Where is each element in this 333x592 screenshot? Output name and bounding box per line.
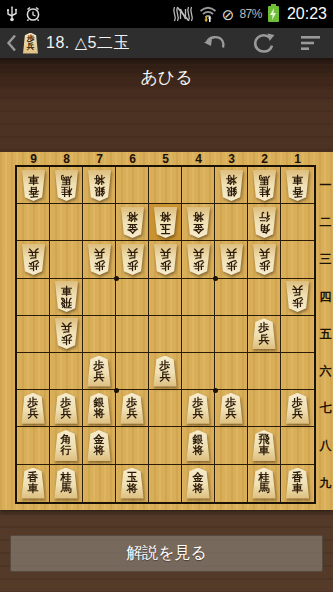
- file-label-2: 2: [248, 152, 281, 166]
- cell-2-9[interactable]: 桂馬: [248, 465, 281, 502]
- cell-5-1[interactable]: [149, 167, 182, 204]
- cell-7-7[interactable]: 銀将: [83, 390, 116, 427]
- sente-piece-桂馬-89[interactable]: 桂馬: [53, 468, 80, 499]
- cell-3-4[interactable]: [215, 279, 248, 316]
- sente-piece-玉将-69[interactable]: 玉将: [119, 468, 146, 499]
- cell-6-4[interactable]: [116, 279, 149, 316]
- page-title: あひる: [0, 58, 333, 89]
- cell-8-4[interactable]: 飛車: [50, 279, 83, 316]
- sente-piece-香車-99[interactable]: 香車: [20, 468, 47, 499]
- rank-label-3: 三: [318, 241, 333, 278]
- cell-6-7[interactable]: 歩兵: [116, 390, 149, 427]
- cell-4-2[interactable]: 金将: [182, 204, 215, 241]
- cell-2-3[interactable]: 歩兵: [248, 241, 281, 278]
- cell-2-7[interactable]: [248, 390, 281, 427]
- cell-6-2[interactable]: 金将: [116, 204, 149, 241]
- usb-icon: [6, 6, 18, 22]
- cell-8-3[interactable]: [50, 241, 83, 278]
- cell-6-8[interactable]: [116, 427, 149, 464]
- cell-4-3[interactable]: 歩兵: [182, 241, 215, 278]
- cell-4-7[interactable]: 歩兵: [182, 390, 215, 427]
- sente-piece-歩兵-17[interactable]: 歩兵: [284, 393, 311, 424]
- cell-2-1[interactable]: 桂馬: [248, 167, 281, 204]
- cell-9-9[interactable]: 香車: [17, 465, 50, 502]
- cell-1-6[interactable]: [281, 353, 314, 390]
- cell-1-1[interactable]: 香車: [281, 167, 314, 204]
- gote-piece-金将-62[interactable]: 金将: [119, 207, 146, 238]
- board-grid-frame: 香車桂馬銀将銀将桂馬香車金将玉将金将角行歩兵歩兵歩兵歩兵歩兵歩兵歩兵飛車歩兵歩兵…: [15, 165, 316, 504]
- rank-labels: 一二三四五六七八九: [318, 167, 333, 502]
- cell-9-4[interactable]: [17, 279, 50, 316]
- cell-7-8[interactable]: 金将: [83, 427, 116, 464]
- cell-9-3[interactable]: 歩兵: [17, 241, 50, 278]
- gote-piece-飛車-84[interactable]: 飛車: [53, 281, 80, 312]
- rank-label-2: 二: [318, 204, 333, 241]
- redo-icon[interactable]: [253, 33, 275, 53]
- cell-5-6[interactable]: 歩兵: [149, 353, 182, 390]
- interruptions-icon: ⊘: [222, 7, 235, 22]
- cell-2-8[interactable]: 飛車: [248, 427, 281, 464]
- status-time: 20:23: [287, 5, 327, 23]
- cell-6-1[interactable]: [116, 167, 149, 204]
- sente-piece-角行-88[interactable]: 角行: [53, 430, 80, 461]
- cell-3-2[interactable]: [215, 204, 248, 241]
- board-grid: 香車桂馬銀将銀将桂馬香車金将玉将金将角行歩兵歩兵歩兵歩兵歩兵歩兵歩兵飛車歩兵歩兵…: [17, 167, 314, 502]
- sente-piece-歩兵-56[interactable]: 歩兵: [152, 356, 179, 387]
- gote-piece-歩兵-14[interactable]: 歩兵: [284, 281, 311, 312]
- cell-5-4[interactable]: [149, 279, 182, 316]
- star-point: [213, 388, 218, 393]
- cell-9-8[interactable]: [17, 427, 50, 464]
- cell-1-4[interactable]: 歩兵: [281, 279, 314, 316]
- battery-charging-icon: [268, 6, 279, 22]
- file-label-3: 3: [215, 152, 248, 166]
- gote-piece-歩兵-43[interactable]: 歩兵: [185, 244, 212, 275]
- back-icon[interactable]: [6, 33, 20, 53]
- cell-7-4[interactable]: [83, 279, 116, 316]
- cell-4-8[interactable]: 銀将: [182, 427, 215, 464]
- gote-piece-玉将-52[interactable]: 玉将: [152, 207, 179, 238]
- wifi-arrows-icon: [199, 6, 217, 23]
- file-label-5: 5: [149, 152, 182, 166]
- rank-label-7: 七: [318, 390, 333, 427]
- cell-2-2[interactable]: 角行: [248, 204, 281, 241]
- gote-piece-歩兵-93[interactable]: 歩兵: [20, 244, 47, 275]
- cell-7-2[interactable]: [83, 204, 116, 241]
- cell-9-5[interactable]: [17, 316, 50, 353]
- rank-label-8: 八: [318, 427, 333, 464]
- sente-piece-桂馬-29[interactable]: 桂馬: [251, 468, 278, 499]
- gote-piece-歩兵-63[interactable]: 歩兵: [119, 244, 146, 275]
- rank-label-4: 四: [318, 279, 333, 316]
- cell-6-5[interactable]: [116, 316, 149, 353]
- undo-icon[interactable]: [203, 33, 227, 53]
- cell-4-4[interactable]: [182, 279, 215, 316]
- status-bar: ⊘ 87% 20:23: [0, 0, 333, 28]
- shogi-board: 987654321 香車桂馬銀将銀将桂馬香車金将玉将金将角行歩兵歩兵歩兵歩兵歩兵…: [0, 152, 333, 510]
- cell-4-1[interactable]: [182, 167, 215, 204]
- alarm-icon: [25, 6, 41, 22]
- sente-piece-歩兵-37[interactable]: 歩兵: [218, 393, 245, 424]
- cell-4-6[interactable]: [182, 353, 215, 390]
- cell-3-9[interactable]: [215, 465, 248, 502]
- cell-7-5[interactable]: [83, 316, 116, 353]
- file-label-6: 6: [116, 152, 149, 166]
- wood-background: あひる 987654321 香車桂馬銀将銀将桂馬香車金将玉将金将角行歩兵歩兵歩兵…: [0, 58, 333, 592]
- cell-8-1[interactable]: 桂馬: [50, 167, 83, 204]
- rank-label-9: 九: [318, 465, 333, 502]
- sente-piece-歩兵-25[interactable]: 歩兵: [251, 318, 278, 349]
- gote-piece-角行-22[interactable]: 角行: [251, 207, 278, 238]
- gote-piece-香車-11[interactable]: 香車: [284, 170, 311, 201]
- gote-piece-歩兵-53[interactable]: 歩兵: [152, 244, 179, 275]
- cell-8-7[interactable]: 歩兵: [50, 390, 83, 427]
- cell-2-6[interactable]: [248, 353, 281, 390]
- gote-piece-桂馬-21[interactable]: 桂馬: [251, 170, 278, 201]
- cell-2-5[interactable]: 歩兵: [248, 316, 281, 353]
- sente-piece-銀将-48[interactable]: 銀将: [185, 430, 212, 461]
- sente-piece-金将-49[interactable]: 金将: [185, 468, 212, 499]
- cell-8-6[interactable]: [50, 353, 83, 390]
- gote-piece-銀将-31[interactable]: 銀将: [218, 170, 245, 201]
- cell-9-1[interactable]: 香車: [17, 167, 50, 204]
- cell-8-5[interactable]: 歩兵: [50, 316, 83, 353]
- sente-piece-歩兵-97[interactable]: 歩兵: [20, 393, 47, 424]
- rank-label-5: 五: [318, 316, 333, 353]
- cell-1-5[interactable]: [281, 316, 314, 353]
- gote-piece-銀将-71[interactable]: 銀将: [86, 170, 113, 201]
- cell-7-9[interactable]: [83, 465, 116, 502]
- file-label-1: 1: [281, 152, 314, 166]
- file-label-7: 7: [83, 152, 116, 166]
- gote-piece-歩兵-23[interactable]: 歩兵: [251, 244, 278, 275]
- star-point: [114, 388, 119, 393]
- star-point: [213, 276, 218, 281]
- app-toolbar: 歩兵 18. △5二玉: [0, 28, 333, 58]
- gote-piece-桂馬-81[interactable]: 桂馬: [53, 170, 80, 201]
- cell-3-5[interactable]: [215, 316, 248, 353]
- gote-piece-歩兵-85[interactable]: 歩兵: [53, 318, 80, 349]
- cell-7-6[interactable]: 歩兵: [83, 353, 116, 390]
- cell-8-9[interactable]: 桂馬: [50, 465, 83, 502]
- cell-1-7[interactable]: 歩兵: [281, 390, 314, 427]
- cell-6-3[interactable]: 歩兵: [116, 241, 149, 278]
- sente-piece-歩兵-47[interactable]: 歩兵: [185, 393, 212, 424]
- sente-piece-銀将-77[interactable]: 銀将: [86, 393, 113, 424]
- cell-1-2[interactable]: [281, 204, 314, 241]
- menu-icon[interactable]: [301, 35, 321, 51]
- file-label-9: 9: [17, 152, 50, 166]
- cell-9-6[interactable]: [17, 353, 50, 390]
- cell-8-2[interactable]: [50, 204, 83, 241]
- cell-5-9[interactable]: [149, 465, 182, 502]
- cell-8-8[interactable]: 角行: [50, 427, 83, 464]
- rank-label-1: 一: [318, 167, 333, 204]
- cell-5-8[interactable]: [149, 427, 182, 464]
- sente-piece-歩兵-67[interactable]: 歩兵: [119, 393, 146, 424]
- cell-1-9[interactable]: 香車: [281, 465, 314, 502]
- nfc-off-icon: [172, 6, 194, 22]
- sente-piece-香車-19[interactable]: 香車: [284, 468, 311, 499]
- cell-7-1[interactable]: 銀将: [83, 167, 116, 204]
- move-piece-icon: 歩兵: [22, 33, 39, 54]
- sente-piece-歩兵-76[interactable]: 歩兵: [86, 356, 113, 387]
- cell-9-7[interactable]: 歩兵: [17, 390, 50, 427]
- cell-5-7[interactable]: [149, 390, 182, 427]
- cell-6-6[interactable]: [116, 353, 149, 390]
- cell-1-8[interactable]: [281, 427, 314, 464]
- cell-3-6[interactable]: [215, 353, 248, 390]
- rank-label-6: 六: [318, 353, 333, 390]
- cell-6-9[interactable]: 玉将: [116, 465, 149, 502]
- gote-piece-金将-42[interactable]: 金将: [185, 207, 212, 238]
- cell-5-5[interactable]: [149, 316, 182, 353]
- cell-3-3[interactable]: 歩兵: [215, 241, 248, 278]
- star-point: [114, 276, 119, 281]
- sente-piece-金将-78[interactable]: 金将: [86, 430, 113, 461]
- cell-3-1[interactable]: 銀将: [215, 167, 248, 204]
- file-labels: 987654321: [17, 152, 314, 165]
- cell-2-4[interactable]: [248, 279, 281, 316]
- cell-4-9[interactable]: 金将: [182, 465, 215, 502]
- commentary-button[interactable]: 解説を見る: [10, 535, 323, 572]
- cell-5-3[interactable]: 歩兵: [149, 241, 182, 278]
- cell-3-7[interactable]: 歩兵: [215, 390, 248, 427]
- gote-piece-香車-91[interactable]: 香車: [20, 170, 47, 201]
- sente-piece-歩兵-87[interactable]: 歩兵: [53, 393, 80, 424]
- sente-piece-飛車-28[interactable]: 飛車: [251, 430, 278, 461]
- move-label: 18. △5二玉: [46, 33, 130, 54]
- cell-7-3[interactable]: 歩兵: [83, 241, 116, 278]
- cell-4-5[interactable]: [182, 316, 215, 353]
- battery-percent: 87%: [239, 7, 262, 21]
- file-label-8: 8: [50, 152, 83, 166]
- cell-5-2[interactable]: 玉将: [149, 204, 182, 241]
- cell-9-2[interactable]: [17, 204, 50, 241]
- cell-1-3[interactable]: [281, 241, 314, 278]
- gote-piece-歩兵-33[interactable]: 歩兵: [218, 244, 245, 275]
- gote-piece-歩兵-73[interactable]: 歩兵: [86, 244, 113, 275]
- cell-3-8[interactable]: [215, 427, 248, 464]
- file-label-4: 4: [182, 152, 215, 166]
